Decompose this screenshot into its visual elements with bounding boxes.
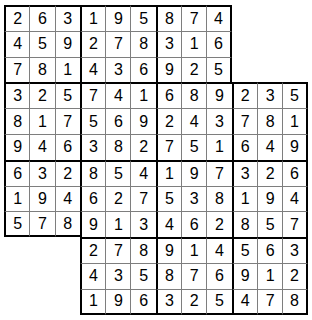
cell-r8c2: 9 bbox=[29, 186, 54, 212]
cell-r7c7: 1 bbox=[156, 160, 181, 186]
void-r10c3 bbox=[55, 237, 80, 263]
cell-r11c12: 2 bbox=[282, 263, 307, 289]
cell-r7c8: 9 bbox=[181, 160, 206, 186]
cell-r3c1: 7 bbox=[4, 57, 29, 83]
cell-r11c4: 4 bbox=[80, 263, 105, 289]
cell-r10c8: 1 bbox=[181, 237, 206, 263]
cell-r1c5: 9 bbox=[105, 5, 130, 31]
cell-r4c4: 7 bbox=[80, 82, 105, 108]
cell-r8c3: 4 bbox=[55, 186, 80, 212]
cell-r6c4: 3 bbox=[80, 134, 105, 160]
cell-r7c2: 3 bbox=[29, 160, 54, 186]
cell-r10c5: 7 bbox=[105, 237, 130, 263]
cell-r8c1: 1 bbox=[4, 186, 29, 212]
void-r1c10 bbox=[232, 5, 257, 31]
cell-r5c11: 8 bbox=[257, 108, 282, 134]
cell-r4c2: 2 bbox=[29, 82, 54, 108]
cell-r5c8: 4 bbox=[181, 108, 206, 134]
cell-r1c4: 1 bbox=[80, 5, 105, 31]
cell-r12c6: 6 bbox=[130, 289, 155, 315]
cell-r8c11: 9 bbox=[257, 186, 282, 212]
cell-r5c4: 5 bbox=[80, 108, 105, 134]
cell-r4c10: 2 bbox=[232, 82, 257, 108]
void-r12c2 bbox=[29, 289, 54, 315]
void-r12c3 bbox=[55, 289, 80, 315]
cell-r10c10: 5 bbox=[232, 237, 257, 263]
cell-r1c7: 8 bbox=[156, 5, 181, 31]
cell-r3c2: 8 bbox=[29, 57, 54, 83]
cell-r3c6: 6 bbox=[130, 57, 155, 83]
cell-r2c9: 6 bbox=[206, 31, 231, 57]
cell-r2c2: 5 bbox=[29, 31, 54, 57]
cell-r6c11: 4 bbox=[257, 134, 282, 160]
cell-r11c7: 8 bbox=[156, 263, 181, 289]
cell-r4c9: 9 bbox=[206, 82, 231, 108]
cell-r12c12: 8 bbox=[282, 289, 307, 315]
cell-r11c11: 1 bbox=[257, 263, 282, 289]
void-r3c10 bbox=[232, 57, 257, 83]
cell-r9c9: 2 bbox=[206, 211, 231, 237]
cell-r7c9: 7 bbox=[206, 160, 231, 186]
cell-r4c5: 4 bbox=[105, 82, 130, 108]
cell-r4c12: 5 bbox=[282, 82, 307, 108]
twin-sudoku-page: 2631958744592783167814369253257416892358… bbox=[0, 0, 312, 320]
cell-r3c3: 1 bbox=[55, 57, 80, 83]
cell-r8c8: 3 bbox=[181, 186, 206, 212]
cell-r5c1: 8 bbox=[4, 108, 29, 134]
cell-r5c9: 3 bbox=[206, 108, 231, 134]
cell-r10c6: 8 bbox=[130, 237, 155, 263]
cell-r9c11: 5 bbox=[257, 211, 282, 237]
cell-r4c1: 3 bbox=[4, 82, 29, 108]
cell-r12c11: 7 bbox=[257, 289, 282, 315]
cell-r7c1: 6 bbox=[4, 160, 29, 186]
cell-r3c7: 9 bbox=[156, 57, 181, 83]
cell-r12c9: 5 bbox=[206, 289, 231, 315]
cell-r6c6: 2 bbox=[130, 134, 155, 160]
void-r10c2 bbox=[29, 237, 54, 263]
cell-r2c8: 1 bbox=[181, 31, 206, 57]
cell-r6c7: 7 bbox=[156, 134, 181, 160]
cell-r6c12: 9 bbox=[282, 134, 307, 160]
cell-r7c6: 4 bbox=[130, 160, 155, 186]
void-r11c3 bbox=[55, 263, 80, 289]
cell-r4c6: 1 bbox=[130, 82, 155, 108]
cell-r9c4: 9 bbox=[80, 211, 105, 237]
cell-r2c1: 4 bbox=[4, 31, 29, 57]
cell-r9c1: 5 bbox=[4, 211, 29, 237]
void-r2c10 bbox=[232, 31, 257, 57]
void-r3c12 bbox=[282, 57, 307, 83]
cell-r5c6: 9 bbox=[130, 108, 155, 134]
cell-r9c3: 8 bbox=[55, 211, 80, 237]
cell-r5c3: 7 bbox=[55, 108, 80, 134]
cell-r6c1: 9 bbox=[4, 134, 29, 160]
cell-r2c3: 9 bbox=[55, 31, 80, 57]
cell-r10c9: 4 bbox=[206, 237, 231, 263]
void-r2c11 bbox=[257, 31, 282, 57]
cell-r11c6: 5 bbox=[130, 263, 155, 289]
cell-r7c12: 6 bbox=[282, 160, 307, 186]
cell-r8c5: 2 bbox=[105, 186, 130, 212]
cell-r7c10: 3 bbox=[232, 160, 257, 186]
cell-r5c5: 6 bbox=[105, 108, 130, 134]
cell-r9c8: 6 bbox=[181, 211, 206, 237]
cell-r8c6: 7 bbox=[130, 186, 155, 212]
void-r11c1 bbox=[4, 263, 29, 289]
cell-r3c5: 3 bbox=[105, 57, 130, 83]
void-r12c1 bbox=[4, 289, 29, 315]
cell-r3c4: 4 bbox=[80, 57, 105, 83]
cell-r1c2: 6 bbox=[29, 5, 54, 31]
cell-r10c11: 6 bbox=[257, 237, 282, 263]
cell-r4c8: 8 bbox=[181, 82, 206, 108]
void-r11c2 bbox=[29, 263, 54, 289]
cell-r12c8: 2 bbox=[181, 289, 206, 315]
cell-r9c10: 8 bbox=[232, 211, 257, 237]
cell-r6c9: 1 bbox=[206, 134, 231, 160]
cell-r2c6: 8 bbox=[130, 31, 155, 57]
cell-r9c7: 4 bbox=[156, 211, 181, 237]
cell-r8c12: 4 bbox=[282, 186, 307, 212]
cell-r8c7: 5 bbox=[156, 186, 181, 212]
void-r10c1 bbox=[4, 237, 29, 263]
cell-r1c3: 3 bbox=[55, 5, 80, 31]
cell-r11c8: 7 bbox=[181, 263, 206, 289]
cell-r10c12: 3 bbox=[282, 237, 307, 263]
cell-r7c3: 2 bbox=[55, 160, 80, 186]
cell-r7c11: 2 bbox=[257, 160, 282, 186]
cell-r2c4: 2 bbox=[80, 31, 105, 57]
cell-r12c10: 4 bbox=[232, 289, 257, 315]
cell-r8c9: 8 bbox=[206, 186, 231, 212]
cell-r7c4: 8 bbox=[80, 160, 105, 186]
cell-r6c10: 6 bbox=[232, 134, 257, 160]
cell-r4c11: 3 bbox=[257, 82, 282, 108]
cell-r11c5: 3 bbox=[105, 263, 130, 289]
cell-r2c5: 7 bbox=[105, 31, 130, 57]
cell-r11c10: 9 bbox=[232, 263, 257, 289]
cell-r5c10: 7 bbox=[232, 108, 257, 134]
cell-r3c8: 2 bbox=[181, 57, 206, 83]
cell-r12c5: 9 bbox=[105, 289, 130, 315]
cell-r1c1: 2 bbox=[4, 5, 29, 31]
cell-r1c8: 7 bbox=[181, 5, 206, 31]
cell-r3c9: 5 bbox=[206, 57, 231, 83]
cell-r7c5: 5 bbox=[105, 160, 130, 186]
cell-r1c6: 5 bbox=[130, 5, 155, 31]
cell-r4c7: 6 bbox=[156, 82, 181, 108]
cell-r8c4: 6 bbox=[80, 186, 105, 212]
cell-r2c7: 3 bbox=[156, 31, 181, 57]
cell-r11c9: 6 bbox=[206, 263, 231, 289]
cell-r6c2: 4 bbox=[29, 134, 54, 160]
cell-r5c7: 2 bbox=[156, 108, 181, 134]
cell-r5c2: 1 bbox=[29, 108, 54, 134]
cell-r9c6: 3 bbox=[130, 211, 155, 237]
cell-r12c4: 1 bbox=[80, 289, 105, 315]
void-r2c12 bbox=[282, 31, 307, 57]
cell-r10c7: 9 bbox=[156, 237, 181, 263]
cell-r5c12: 1 bbox=[282, 108, 307, 134]
cell-r12c7: 3 bbox=[156, 289, 181, 315]
cell-r6c3: 6 bbox=[55, 134, 80, 160]
void-r1c11 bbox=[257, 5, 282, 31]
cell-r10c4: 2 bbox=[80, 237, 105, 263]
cell-r8c10: 1 bbox=[232, 186, 257, 212]
cell-r4c3: 5 bbox=[55, 82, 80, 108]
twin-sudoku-board: 2631958744592783167814369253257416892358… bbox=[4, 5, 308, 315]
cell-r9c12: 7 bbox=[282, 211, 307, 237]
cell-r1c9: 4 bbox=[206, 5, 231, 31]
cell-r6c5: 8 bbox=[105, 134, 130, 160]
cell-r6c8: 5 bbox=[181, 134, 206, 160]
cell-r9c2: 7 bbox=[29, 211, 54, 237]
void-r1c12 bbox=[282, 5, 307, 31]
cell-r9c5: 1 bbox=[105, 211, 130, 237]
void-r3c11 bbox=[257, 57, 282, 83]
